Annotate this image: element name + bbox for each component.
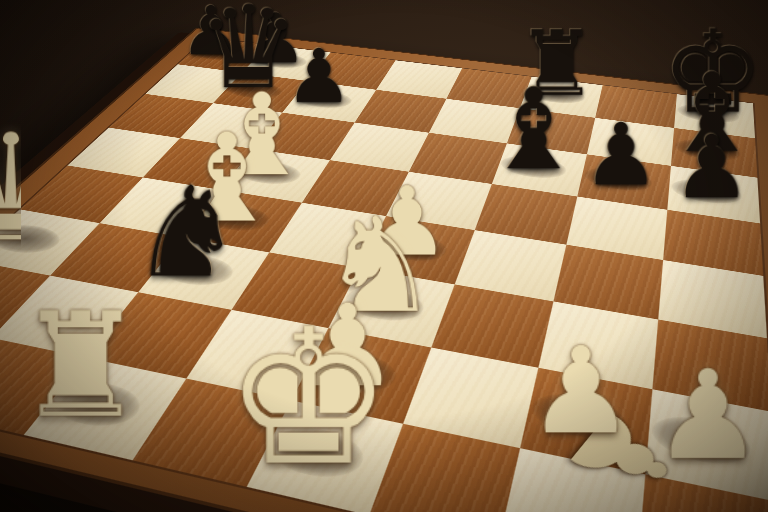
square-h5[interactable]: [663, 209, 764, 275]
chess-board[interactable]: ♟♟♜♚♛♟♝♝♟♟♞♝♝♟♛♞♟♟♟♜♚♟: [0, 27, 768, 512]
white-queen-icon: ♛: [0, 119, 96, 259]
square-h4[interactable]: [658, 260, 767, 338]
white-pawn-icon: ♟: [596, 357, 768, 474]
white-king-icon: ♚: [195, 309, 422, 487]
photo-scene: ♟♟♜♚♛♟♝♝♟♟♞♝♝♟♛♞♟♟♟♜♚♟: [0, 0, 768, 512]
board-perspective-scene: ♟♟♜♚♛♟♝♝♟♟♞♝♝♟♛♞♟♟♟♜♚♟: [0, 0, 768, 512]
white-rook-icon: ♜: [0, 297, 188, 435]
square-g4[interactable]: [554, 245, 663, 319]
black-knight-icon: ♞: [97, 172, 276, 291]
